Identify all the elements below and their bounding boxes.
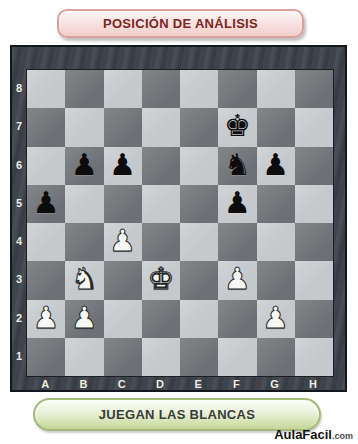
- square-f6: ♞: [218, 147, 256, 185]
- file-label-c: C: [103, 377, 141, 390]
- square-d2: [142, 300, 180, 338]
- square-c3: [104, 261, 142, 299]
- white-pawn: ♟: [109, 226, 136, 256]
- site-credit-name: AulaFacil: [274, 427, 332, 442]
- square-e1: [180, 338, 218, 376]
- rank-labels: 87654321: [12, 69, 26, 375]
- square-g3: [257, 261, 295, 299]
- square-b3: ♞: [65, 261, 103, 299]
- square-g2: ♟: [257, 300, 295, 338]
- file-label-d: D: [141, 377, 179, 390]
- square-h5: [295, 185, 333, 223]
- square-f3: ♟: [218, 261, 256, 299]
- square-a2: ♟: [27, 300, 65, 338]
- square-f7: ♚: [218, 108, 256, 146]
- header-banner: POSICIÓN DE ANÁLISIS: [57, 9, 304, 38]
- square-g7: [257, 108, 295, 146]
- file-labels: ABCDEFGH: [26, 377, 332, 390]
- black-knight: ♞: [224, 150, 251, 180]
- square-g6: ♟: [257, 147, 295, 185]
- square-e2: [180, 300, 218, 338]
- square-a3: [27, 261, 65, 299]
- square-f8: [218, 70, 256, 108]
- file-label-g: G: [256, 377, 294, 390]
- square-e5: [180, 185, 218, 223]
- black-king: ♚: [224, 111, 251, 141]
- square-d8: [142, 70, 180, 108]
- black-pawn: ♟: [33, 188, 60, 218]
- square-h7: [295, 108, 333, 146]
- square-a7: [27, 108, 65, 146]
- square-g1: [257, 338, 295, 376]
- file-label-a: A: [26, 377, 64, 390]
- square-b2: ♟: [65, 300, 103, 338]
- file-label-b: B: [64, 377, 102, 390]
- square-f4: [218, 223, 256, 261]
- black-pawn: ♟: [262, 150, 289, 180]
- rank-label-8: 8: [12, 69, 26, 107]
- square-g5: [257, 185, 295, 223]
- file-label-h: H: [294, 377, 332, 390]
- square-h4: [295, 223, 333, 261]
- square-c7: [104, 108, 142, 146]
- square-a4: [27, 223, 65, 261]
- square-a1: [27, 338, 65, 376]
- square-d4: [142, 223, 180, 261]
- square-h6: [295, 147, 333, 185]
- black-pawn: ♟: [224, 188, 251, 218]
- white-pawn: ♟: [262, 303, 289, 333]
- rank-label-3: 3: [12, 260, 26, 298]
- square-f1: [218, 338, 256, 376]
- white-pawn: ♟: [224, 264, 251, 294]
- file-label-f: F: [217, 377, 255, 390]
- square-d1: [142, 338, 180, 376]
- rank-label-7: 7: [12, 107, 26, 145]
- square-h3: [295, 261, 333, 299]
- rank-label-1: 1: [12, 337, 26, 375]
- square-b4: [65, 223, 103, 261]
- white-knight: ♞: [71, 264, 98, 294]
- white-pawn: ♟: [33, 303, 60, 333]
- header-title: POSICIÓN DE ANÁLISIS: [103, 16, 258, 31]
- chess-board: 87654321 ♚♟♟♞♟♟♟♟♞♚♟♟♟♟ ABCDEFGH: [10, 45, 347, 392]
- rank-label-2: 2: [12, 299, 26, 337]
- square-d6: [142, 147, 180, 185]
- square-c4: ♟: [104, 223, 142, 261]
- square-c2: [104, 300, 142, 338]
- square-b5: [65, 185, 103, 223]
- white-king: ♚: [147, 264, 174, 294]
- square-d3: ♚: [142, 261, 180, 299]
- black-pawn: ♟: [109, 150, 136, 180]
- square-e3: [180, 261, 218, 299]
- square-h8: [295, 70, 333, 108]
- white-pawn: ♟: [71, 303, 98, 333]
- file-label-e: E: [179, 377, 217, 390]
- rank-label-4: 4: [12, 222, 26, 260]
- square-a5: ♟: [27, 185, 65, 223]
- square-f5: ♟: [218, 185, 256, 223]
- square-d7: [142, 108, 180, 146]
- rank-label-5: 5: [12, 184, 26, 222]
- square-b7: [65, 108, 103, 146]
- square-a8: [27, 70, 65, 108]
- square-e6: [180, 147, 218, 185]
- square-g4: [257, 223, 295, 261]
- square-e7: [180, 108, 218, 146]
- square-c6: ♟: [104, 147, 142, 185]
- site-credit: AulaFacil.com: [274, 427, 353, 442]
- square-b6: ♟: [65, 147, 103, 185]
- square-e4: [180, 223, 218, 261]
- rank-label-6: 6: [12, 146, 26, 184]
- square-d5: [142, 185, 180, 223]
- square-c1: [104, 338, 142, 376]
- square-h2: [295, 300, 333, 338]
- square-a6: [27, 147, 65, 185]
- square-f2: [218, 300, 256, 338]
- square-b8: [65, 70, 103, 108]
- square-c5: [104, 185, 142, 223]
- square-b1: [65, 338, 103, 376]
- square-g8: [257, 70, 295, 108]
- square-e8: [180, 70, 218, 108]
- footer-label: JUEGAN LAS BLANCAS: [99, 407, 255, 422]
- board-grid: ♚♟♟♞♟♟♟♟♞♚♟♟♟♟: [26, 69, 334, 377]
- square-c8: [104, 70, 142, 108]
- black-pawn: ♟: [71, 150, 98, 180]
- site-credit-suffix: .com: [332, 431, 353, 441]
- square-h1: [295, 338, 333, 376]
